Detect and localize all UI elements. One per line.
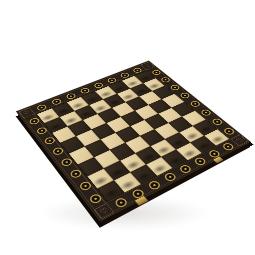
brass-ring-ornament bbox=[222, 127, 236, 136]
brass-ring-ornament bbox=[146, 180, 161, 191]
product-photo: ♡♡♡♡ ♜♞♝♛♚♝♞♜♟♟♟♟♟♟♟♟♟♟♟♟♟♟♟♟♜♞♝♛♚♝♞♜ bbox=[0, 0, 255, 255]
brass-ring-ornament bbox=[162, 171, 177, 182]
brass-ring-ornament bbox=[192, 156, 207, 166]
brass-ring-ornament bbox=[113, 196, 129, 208]
corner-emblem: ♡ bbox=[230, 134, 248, 146]
piece-glyph: ♟ bbox=[36, 105, 58, 129]
brass-ring-ornament bbox=[221, 142, 235, 152]
brass-ring-ornament bbox=[178, 164, 193, 175]
board-grid: ♜♞♝♛♚♝♞♜♟♟♟♟♟♟♟♟♟♟♟♟♟♟♟♟♜♞♝♛♚♝♞♜ bbox=[35, 70, 229, 201]
piece-glyph: ♜ bbox=[84, 164, 115, 196]
brass-hinge bbox=[212, 156, 223, 164]
